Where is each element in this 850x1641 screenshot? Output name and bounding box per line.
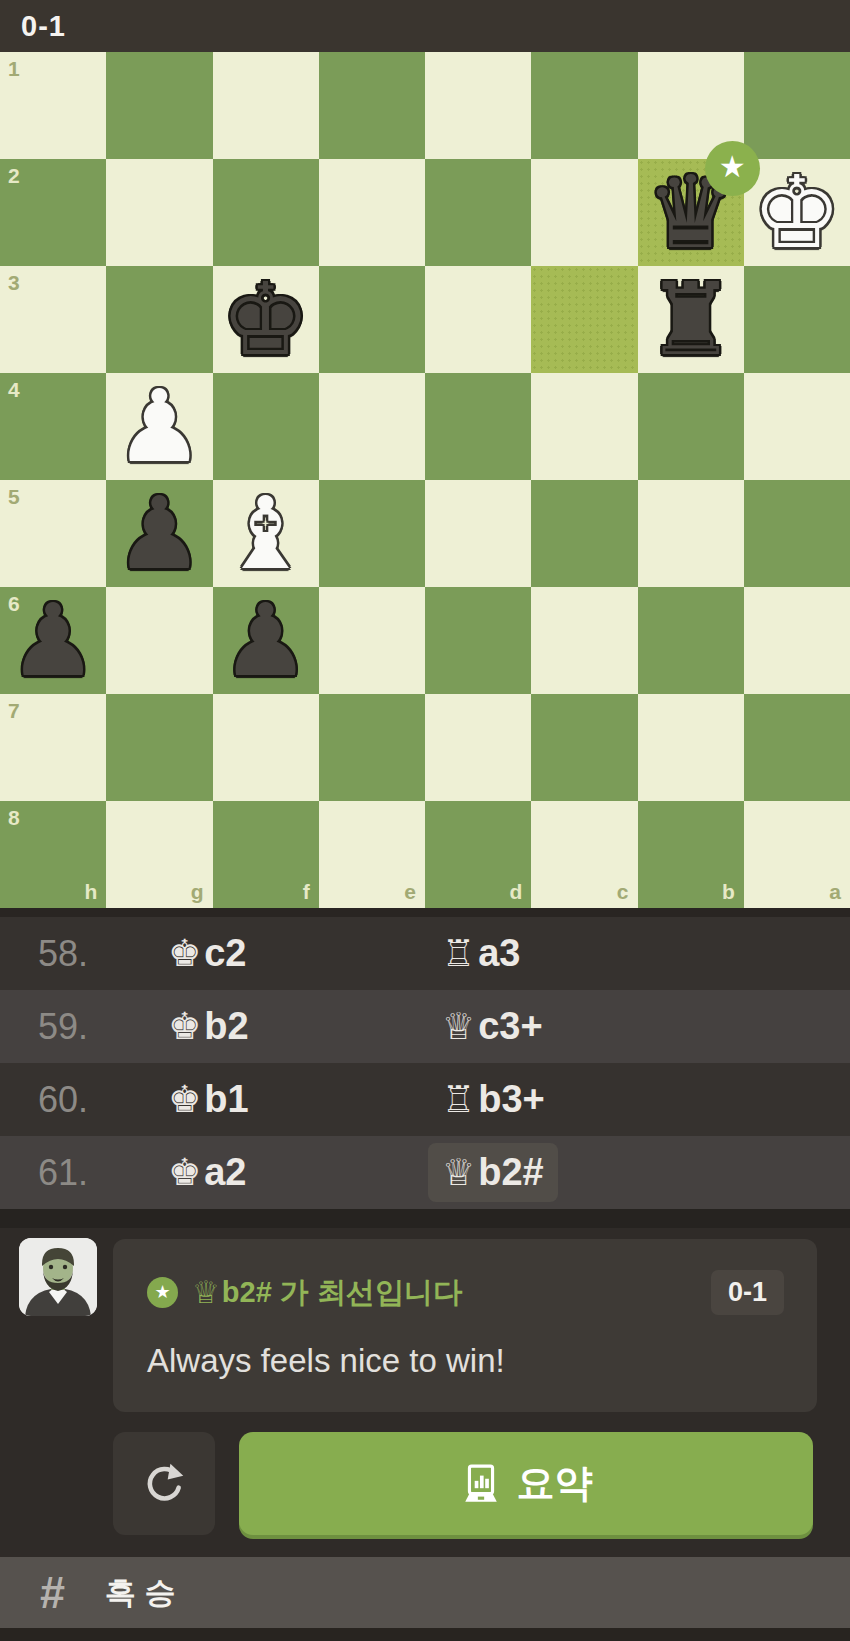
square-h2[interactable]: 2 bbox=[0, 159, 106, 266]
move-number: 61. bbox=[38, 1152, 168, 1194]
square-h4[interactable]: 4 bbox=[0, 373, 106, 480]
square-a8[interactable]: a bbox=[744, 801, 850, 908]
black-move-b3+[interactable]: ♖b3+ bbox=[442, 1078, 545, 1121]
piece-figurine-icon: ♕ bbox=[442, 1008, 475, 1045]
best-move-text: b2# 가 최선입니다 bbox=[222, 1273, 462, 1313]
square-e4[interactable] bbox=[319, 373, 425, 480]
square-g3[interactable] bbox=[106, 266, 212, 373]
white-move-b2[interactable]: ♚b2 bbox=[168, 1005, 442, 1048]
square-h7[interactable]: 7 bbox=[0, 694, 106, 801]
move-san: b1 bbox=[204, 1078, 248, 1121]
move-list: 58.♚c2♖a359.♚b2♕c3+60.♚b1♖b3+61.♚a2♕b2# bbox=[0, 917, 850, 1209]
piece-figurine-icon: ♚ bbox=[168, 935, 201, 972]
coach-comment: Always feels nice to win! bbox=[147, 1342, 784, 1380]
file-label-h: h bbox=[84, 881, 97, 902]
file-label-a: a bbox=[829, 881, 841, 902]
square-g8[interactable]: g bbox=[106, 801, 212, 908]
black-move-c3+[interactable]: ♕c3+ bbox=[442, 1005, 543, 1048]
file-label-c: c bbox=[617, 881, 629, 902]
move-number: 60. bbox=[38, 1079, 168, 1121]
square-b6[interactable] bbox=[638, 587, 744, 694]
square-a1[interactable] bbox=[744, 52, 850, 159]
square-b3[interactable]: ♜ bbox=[638, 266, 744, 373]
square-e6[interactable] bbox=[319, 587, 425, 694]
square-e5[interactable] bbox=[319, 480, 425, 587]
move-san: b2 bbox=[204, 1005, 248, 1048]
result-badge: 0-1 bbox=[711, 1270, 784, 1315]
coach-panel: ★ ♕ b2# 가 최선입니다 0-1 Always feels nice to… bbox=[0, 1228, 850, 1557]
square-c3[interactable] bbox=[531, 266, 637, 373]
piece-figurine-icon: ♚ bbox=[168, 1008, 201, 1045]
file-label-e: e bbox=[404, 881, 416, 902]
current-move-chip[interactable]: ♕b2# bbox=[428, 1143, 558, 1202]
rank-label-2: 2 bbox=[8, 165, 20, 186]
square-b8[interactable]: b bbox=[638, 801, 744, 908]
square-b5[interactable] bbox=[638, 480, 744, 587]
rank-label-7: 7 bbox=[8, 700, 20, 721]
square-f2[interactable] bbox=[213, 159, 319, 266]
best-move-star-icon: ★ bbox=[147, 1277, 178, 1308]
square-a4[interactable] bbox=[744, 373, 850, 480]
divider bbox=[0, 908, 850, 917]
game-result: 0-1 bbox=[21, 10, 66, 43]
retry-button[interactable] bbox=[113, 1432, 215, 1535]
square-g1[interactable] bbox=[106, 52, 212, 159]
square-c4[interactable] bbox=[531, 373, 637, 480]
rank-label-3: 3 bbox=[8, 272, 20, 293]
square-d4[interactable] bbox=[425, 373, 531, 480]
best-move-badge: ★ bbox=[705, 141, 760, 196]
square-e7[interactable] bbox=[319, 694, 425, 801]
retry-icon bbox=[142, 1462, 186, 1506]
square-d5[interactable] bbox=[425, 480, 531, 587]
bottom-status-bar[interactable]: # 흑 승 bbox=[0, 1557, 850, 1628]
rank-label-1: 1 bbox=[8, 58, 20, 79]
move-san: a3 bbox=[478, 932, 520, 975]
square-a3[interactable] bbox=[744, 266, 850, 373]
hash-icon: # bbox=[40, 1570, 65, 1615]
piece-figurine-icon: ♚ bbox=[168, 1081, 201, 1118]
square-c5[interactable] bbox=[531, 480, 637, 587]
rank-label-5: 5 bbox=[8, 486, 20, 507]
square-f6[interactable]: ♟ bbox=[213, 587, 319, 694]
move-san: c2 bbox=[204, 932, 246, 975]
square-a6[interactable] bbox=[744, 587, 850, 694]
square-d3[interactable] bbox=[425, 266, 531, 373]
square-d2[interactable] bbox=[425, 159, 531, 266]
black-king-f3[interactable]: ♚ bbox=[221, 270, 311, 370]
square-h6[interactable]: 6♟ bbox=[0, 587, 106, 694]
square-a5[interactable] bbox=[744, 480, 850, 587]
square-f1[interactable] bbox=[213, 52, 319, 159]
square-c8[interactable]: c bbox=[531, 801, 637, 908]
square-f7[interactable] bbox=[213, 694, 319, 801]
square-e3[interactable] bbox=[319, 266, 425, 373]
white-pawn-g4[interactable]: ♟ bbox=[115, 377, 205, 477]
square-c6[interactable] bbox=[531, 587, 637, 694]
black-pawn-h6[interactable]: ♟ bbox=[8, 591, 98, 691]
move-row-59: 59.♚b2♕c3+ bbox=[0, 990, 850, 1063]
square-g6[interactable] bbox=[106, 587, 212, 694]
header-bar: 0-1 bbox=[0, 0, 850, 52]
move-san: a2 bbox=[204, 1151, 246, 1194]
file-label-b: b bbox=[722, 881, 735, 902]
square-f8[interactable]: f bbox=[213, 801, 319, 908]
square-g5[interactable]: ♟ bbox=[106, 480, 212, 587]
move-san: b3+ bbox=[478, 1078, 545, 1121]
white-king-a2[interactable]: ♚ bbox=[752, 163, 842, 263]
square-b4[interactable] bbox=[638, 373, 744, 480]
piece-figurine-icon: ♚ bbox=[168, 1154, 201, 1191]
white-move-a2[interactable]: ♚a2 bbox=[168, 1151, 442, 1194]
square-d7[interactable] bbox=[425, 694, 531, 801]
rank-label-8: 8 bbox=[8, 807, 20, 828]
move-row-58: 58.♚c2♖a3 bbox=[0, 917, 850, 990]
rank-label-4: 4 bbox=[8, 379, 20, 400]
square-d8[interactable]: d bbox=[425, 801, 531, 908]
white-move-c2[interactable]: ♚c2 bbox=[168, 932, 442, 975]
star-glyph: ★ bbox=[719, 152, 746, 185]
square-h8[interactable]: 8h bbox=[0, 801, 106, 908]
black-move-b2#[interactable]: ♕b2# bbox=[442, 1151, 558, 1194]
square-b7[interactable] bbox=[638, 694, 744, 801]
bottom-strip bbox=[0, 1628, 850, 1641]
piece-figurine-icon: ♖ bbox=[442, 935, 475, 972]
square-c2[interactable] bbox=[531, 159, 637, 266]
black-pawn-f6[interactable]: ♟ bbox=[221, 591, 311, 691]
square-h5[interactable]: 5 bbox=[0, 480, 106, 587]
piece-figurine-icon: ♖ bbox=[442, 1081, 475, 1118]
move-number: 59. bbox=[38, 1006, 168, 1048]
black-rook-b3[interactable]: ♜ bbox=[646, 270, 736, 370]
square-d6[interactable] bbox=[425, 587, 531, 694]
square-g7[interactable] bbox=[106, 694, 212, 801]
square-e8[interactable]: e bbox=[319, 801, 425, 908]
square-b2[interactable]: ♛★ bbox=[638, 159, 744, 266]
square-g2[interactable] bbox=[106, 159, 212, 266]
file-label-d: d bbox=[509, 881, 522, 902]
move-row-60: 60.♚b1♖b3+ bbox=[0, 1063, 850, 1136]
square-e1[interactable] bbox=[319, 52, 425, 159]
square-f5[interactable]: ♝ bbox=[213, 480, 319, 587]
square-g4[interactable]: ♟ bbox=[106, 373, 212, 480]
square-a2[interactable]: ♚ bbox=[744, 159, 850, 266]
square-c1[interactable] bbox=[531, 52, 637, 159]
summary-button-label: 요약 bbox=[517, 1458, 593, 1509]
square-h3[interactable]: 3 bbox=[0, 266, 106, 373]
square-f4[interactable] bbox=[213, 373, 319, 480]
move-row-61: 61.♚a2♕b2# bbox=[0, 1136, 850, 1209]
square-f3[interactable]: ♚ bbox=[213, 266, 319, 373]
game-over-status: 흑 승 bbox=[105, 1572, 176, 1614]
summary-report-icon bbox=[460, 1463, 502, 1505]
move-san: b2# bbox=[478, 1151, 543, 1194]
coach-avatar-image bbox=[19, 1238, 97, 1316]
summary-button[interactable]: 요약 bbox=[239, 1432, 813, 1535]
file-label-g: g bbox=[191, 881, 204, 902]
move-san: c3+ bbox=[478, 1005, 542, 1048]
square-h1[interactable]: 1 bbox=[0, 52, 106, 159]
white-move-b1[interactable]: ♚b1 bbox=[168, 1078, 442, 1121]
queen-figurine-icon: ♕ bbox=[192, 1277, 220, 1308]
square-e2[interactable] bbox=[319, 159, 425, 266]
divider bbox=[0, 1209, 850, 1228]
black-move-a3[interactable]: ♖a3 bbox=[442, 932, 520, 975]
black-pawn-g5[interactable]: ♟ bbox=[115, 484, 205, 584]
file-label-f: f bbox=[303, 881, 310, 902]
chess-board: 12♛★♚3♚♜4♟5♟♝6♟♟78hgfedcba bbox=[0, 52, 850, 908]
coach-headline-row: ★ ♕ b2# 가 최선입니다 0-1 bbox=[147, 1270, 784, 1315]
square-d1[interactable] bbox=[425, 52, 531, 159]
square-a7[interactable] bbox=[744, 694, 850, 801]
piece-figurine-icon: ♕ bbox=[442, 1154, 475, 1191]
square-c7[interactable] bbox=[531, 694, 637, 801]
star-glyph: ★ bbox=[154, 1283, 170, 1303]
coach-message-bubble: ★ ♕ b2# 가 최선입니다 0-1 Always feels nice to… bbox=[113, 1239, 817, 1412]
move-number: 58. bbox=[38, 933, 168, 975]
best-move-headline: ♕ b2# 가 최선입니다 bbox=[192, 1273, 462, 1313]
white-bishop-f5[interactable]: ♝ bbox=[221, 484, 311, 584]
coach-avatar bbox=[19, 1238, 97, 1316]
